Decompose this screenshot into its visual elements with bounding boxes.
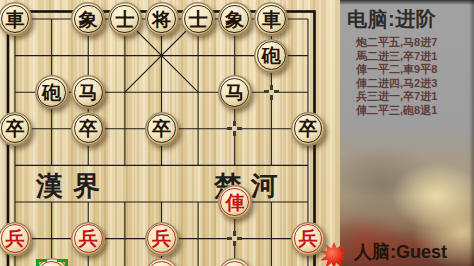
piece-glyph: 将 (145, 2, 179, 36)
piece-glyph: 砲 (35, 75, 69, 109)
piece-glyph: 士 (108, 2, 142, 36)
move-list-item: 炮二平五,马8进7 (356, 36, 437, 50)
info-sidebar: 电脑:进阶 炮二平五,马8进7馬二进三,卒7进1俥一平二,車9平8俥二进四,马2… (340, 0, 474, 266)
piece-black-soldier[interactable]: 卒 (71, 112, 105, 146)
piece-red-cannon[interactable]: 炮 (145, 258, 179, 266)
piece-black-horse[interactable]: 马 (71, 75, 105, 109)
human-player-label: 人脑:Guest (354, 240, 447, 264)
move-list-item: 俥二平三,砲8退1 (356, 104, 437, 118)
move-list-item: 俥一平二,車9平8 (356, 63, 437, 77)
piece-black-soldier[interactable]: 卒 (145, 112, 179, 146)
point-marker (227, 121, 242, 136)
piece-red-soldier[interactable]: 兵 (145, 222, 179, 256)
piece-glyph: 兵 (0, 222, 32, 256)
piece-black-soldier[interactable]: 卒 (291, 112, 325, 146)
piece-glyph: 車 (0, 2, 32, 36)
move-list-item: 俥二进四,马2进3 (356, 77, 437, 91)
piece-red-horse[interactable]: 馬 (218, 258, 252, 266)
piece-black-advisor[interactable]: 士 (108, 2, 142, 36)
piece-black-advisor[interactable]: 士 (181, 2, 215, 36)
piece-glyph: 卒 (291, 112, 325, 146)
piece-glyph: 馬 (218, 258, 252, 266)
piece-black-chariot[interactable]: 車 (254, 2, 288, 36)
piece-red-soldier[interactable]: 兵 (0, 222, 32, 256)
computer-player-label: 电脑:进阶 (347, 6, 436, 33)
xiangqi-app-window: 漢界 楚河 車象士将士象車砲砲马马卒卒卒卒俥兵兵兵兵炮炮馬 电脑:进阶 炮二平五… (0, 0, 474, 266)
piece-glyph: 俥 (218, 185, 252, 219)
piece-black-elephant[interactable]: 象 (71, 2, 105, 36)
xiangqi-board[interactable]: 漢界 楚河 車象士将士象車砲砲马马卒卒卒卒俥兵兵兵兵炮炮馬 (0, 0, 340, 266)
point-marker (227, 231, 242, 246)
piece-black-cannon[interactable]: 砲 (254, 39, 288, 73)
piece-glyph: 兵 (145, 222, 179, 256)
piece-black-general[interactable]: 将 (145, 2, 179, 36)
piece-black-horse[interactable]: 马 (218, 75, 252, 109)
piece-red-soldier[interactable]: 兵 (291, 222, 325, 256)
move-list-item: 馬二进三,卒7进1 (356, 50, 437, 64)
piece-glyph: 象 (71, 2, 105, 36)
piece-black-soldier[interactable]: 卒 (0, 112, 32, 146)
piece-red-chariot[interactable]: 俥 (218, 185, 252, 219)
piece-glyph: 卒 (0, 112, 32, 146)
selection-brackets (36, 259, 68, 266)
piece-glyph: 車 (254, 2, 288, 36)
move-list: 炮二平五,马8进7馬二进三,卒7进1俥一平二,車9平8俥二进四,马2进3兵三进一… (356, 36, 437, 118)
piece-glyph: 马 (71, 75, 105, 109)
river-label-left: 漢界 (36, 168, 110, 204)
piece-black-chariot[interactable]: 車 (0, 2, 32, 36)
piece-glyph: 卒 (145, 112, 179, 146)
piece-glyph: 砲 (254, 39, 288, 73)
piece-black-cannon[interactable]: 砲 (35, 75, 69, 109)
move-list-item: 兵三进一,卒7进1 (356, 90, 437, 104)
piece-glyph: 兵 (291, 222, 325, 256)
piece-glyph: 象 (218, 2, 252, 36)
piece-glyph: 兵 (71, 222, 105, 256)
piece-black-elephant[interactable]: 象 (218, 2, 252, 36)
piece-glyph: 炮 (145, 258, 179, 266)
piece-glyph: 卒 (71, 112, 105, 146)
piece-red-soldier[interactable]: 兵 (71, 222, 105, 256)
point-marker (264, 85, 279, 100)
piece-glyph: 马 (218, 75, 252, 109)
piece-glyph: 士 (181, 2, 215, 36)
